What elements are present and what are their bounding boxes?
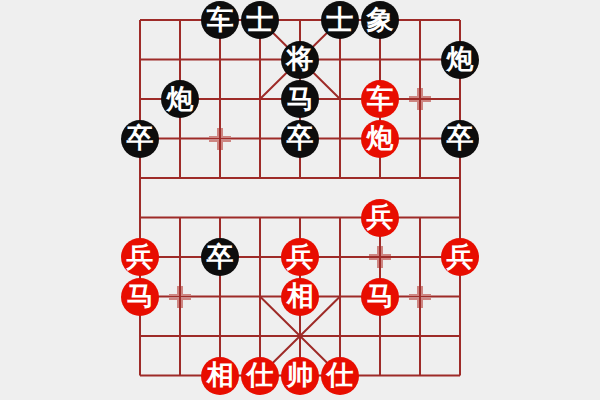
red-pawn[interactable]: 兵 bbox=[121, 238, 159, 276]
red-elephant[interactable]: 相 bbox=[281, 278, 319, 316]
red-pawn[interactable]: 兵 bbox=[281, 238, 319, 276]
red-pawn[interactable]: 兵 bbox=[441, 238, 479, 276]
pieces-layer: 车士士象将炮炮马车卒卒炮卒兵兵卒兵兵马相马相仕帅仕 bbox=[120, 0, 480, 395]
point-marker bbox=[409, 88, 431, 110]
black-horse[interactable]: 马 bbox=[281, 80, 319, 118]
red-pawn[interactable]: 兵 bbox=[361, 199, 399, 237]
red-elephant[interactable]: 相 bbox=[201, 357, 239, 395]
black-king[interactable]: 将 bbox=[281, 41, 319, 79]
black-cannon[interactable]: 炮 bbox=[161, 80, 199, 118]
red-cannon[interactable]: 炮 bbox=[361, 120, 399, 158]
red-chariot[interactable]: 车 bbox=[361, 80, 399, 118]
black-advisor[interactable]: 士 bbox=[241, 1, 279, 39]
black-pawn[interactable]: 卒 bbox=[281, 120, 319, 158]
red-advisor[interactable]: 仕 bbox=[241, 357, 279, 395]
red-king[interactable]: 帅 bbox=[281, 357, 319, 395]
black-pawn[interactable]: 卒 bbox=[201, 238, 239, 276]
point-marker bbox=[169, 286, 191, 308]
black-advisor[interactable]: 士 bbox=[321, 1, 359, 39]
black-pawn[interactable]: 卒 bbox=[441, 120, 479, 158]
black-elephant[interactable]: 象 bbox=[361, 1, 399, 39]
xiangqi-screen: 车士士象将炮炮马车卒卒炮卒兵兵卒兵兵马相马相仕帅仕 bbox=[0, 0, 600, 400]
red-horse[interactable]: 马 bbox=[121, 278, 159, 316]
point-marker bbox=[209, 128, 231, 150]
point-marker bbox=[409, 286, 431, 308]
black-cannon[interactable]: 炮 bbox=[441, 41, 479, 79]
xiangqi-board[interactable]: 车士士象将炮炮马车卒卒炮卒兵兵卒兵兵马相马相仕帅仕 bbox=[120, 0, 480, 400]
red-horse[interactable]: 马 bbox=[361, 278, 399, 316]
black-chariot[interactable]: 车 bbox=[201, 1, 239, 39]
black-pawn[interactable]: 卒 bbox=[121, 120, 159, 158]
red-advisor[interactable]: 仕 bbox=[321, 357, 359, 395]
point-marker bbox=[369, 246, 391, 268]
